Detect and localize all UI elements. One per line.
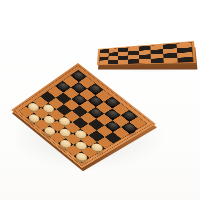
back-board-square	[128, 59, 139, 64]
back-board-square	[118, 60, 128, 64]
back-board-square	[151, 58, 164, 63]
front-board	[11, 63, 156, 168]
front-board-grid	[18, 70, 147, 163]
back-board-square	[177, 57, 193, 62]
back-board-square	[108, 60, 118, 64]
back-board-square	[99, 60, 108, 64]
back-board-square	[139, 59, 151, 64]
back-board	[97, 41, 196, 65]
back-board-square	[163, 58, 177, 63]
checkers-set-photo	[0, 0, 200, 200]
back-board-grid	[99, 42, 194, 64]
